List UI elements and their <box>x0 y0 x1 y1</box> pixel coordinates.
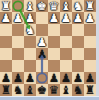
white-pawn-piece[interactable]: ♟ <box>72 12 84 24</box>
black-bishop-piece[interactable]: ♝ <box>24 84 36 96</box>
square-d2[interactable]: ♟ <box>48 12 60 24</box>
square-b5[interactable] <box>72 48 84 60</box>
page-background-bottom <box>0 96 99 100</box>
square-c4[interactable] <box>60 36 72 48</box>
square-g2[interactable]: ♟ <box>12 12 24 24</box>
white-pawn-piece[interactable]: ♟ <box>48 12 60 24</box>
square-e6[interactable] <box>36 60 48 72</box>
square-a3[interactable] <box>84 24 96 36</box>
square-c5[interactable] <box>60 48 72 60</box>
square-f3[interactable]: ♞ <box>24 24 36 36</box>
square-f4[interactable] <box>24 36 36 48</box>
chess-app-window: ♜♝♚♛♝♞♜♟♟♟♟♟♟♟♞♟♟♟♟♟♟♟♟♟♜♞♝♚♛♝♞♜ <box>0 0 99 100</box>
black-king-piece[interactable]: ♚ <box>36 84 48 96</box>
page-background-right <box>96 0 99 96</box>
square-e5[interactable]: ♟ <box>36 48 48 60</box>
square-e1[interactable]: ♚ <box>36 0 48 12</box>
black-knight-piece[interactable]: ♞ <box>72 84 84 96</box>
black-knight-piece[interactable]: ♞ <box>12 84 24 96</box>
white-pawn-piece[interactable]: ♟ <box>60 12 72 24</box>
square-d5[interactable] <box>48 48 60 60</box>
black-rook-piece[interactable]: ♜ <box>0 84 12 96</box>
white-pawn-piece[interactable]: ♟ <box>0 12 12 24</box>
square-c3[interactable] <box>60 24 72 36</box>
square-h2[interactable]: ♟ <box>0 12 12 24</box>
square-a8[interactable]: ♜ <box>84 84 96 96</box>
square-g8[interactable]: ♞ <box>12 84 24 96</box>
square-a5[interactable] <box>84 48 96 60</box>
white-pawn-piece[interactable]: ♟ <box>84 12 96 24</box>
square-g4[interactable] <box>12 36 24 48</box>
square-d4[interactable] <box>48 36 60 48</box>
square-c2[interactable]: ♟ <box>60 12 72 24</box>
white-knight-piece[interactable]: ♞ <box>24 24 36 36</box>
square-h4[interactable] <box>0 36 12 48</box>
square-b4[interactable] <box>72 36 84 48</box>
square-h3[interactable] <box>0 24 12 36</box>
board: ♜♝♚♛♝♞♜♟♟♟♟♟♟♟♞♟♟♟♟♟♟♟♟♟♜♞♝♚♛♝♞♜ <box>0 0 96 96</box>
square-b2[interactable]: ♟ <box>72 12 84 24</box>
square-g5[interactable] <box>12 48 24 60</box>
square-a4[interactable] <box>84 36 96 48</box>
square-b8[interactable]: ♞ <box>72 84 84 96</box>
square-h8[interactable]: ♜ <box>0 84 12 96</box>
square-g3[interactable] <box>12 24 24 36</box>
black-rook-piece[interactable]: ♜ <box>84 84 96 96</box>
square-f8[interactable]: ♝ <box>24 84 36 96</box>
square-a2[interactable]: ♟ <box>84 12 96 24</box>
black-bishop-piece[interactable]: ♝ <box>60 84 72 96</box>
square-e2[interactable] <box>36 12 48 24</box>
black-queen-piece[interactable]: ♛ <box>48 84 60 96</box>
square-h5[interactable] <box>0 48 12 60</box>
square-d3[interactable] <box>48 24 60 36</box>
white-pawn-piece[interactable]: ♟ <box>12 12 24 24</box>
square-c8[interactable]: ♝ <box>60 84 72 96</box>
square-b3[interactable] <box>72 24 84 36</box>
square-d8[interactable]: ♛ <box>48 84 60 96</box>
white-king-piece[interactable]: ♚ <box>36 0 48 12</box>
square-e8[interactable]: ♚ <box>36 84 48 96</box>
square-f5[interactable] <box>24 48 36 60</box>
black-pawn-piece[interactable]: ♟ <box>36 48 48 60</box>
